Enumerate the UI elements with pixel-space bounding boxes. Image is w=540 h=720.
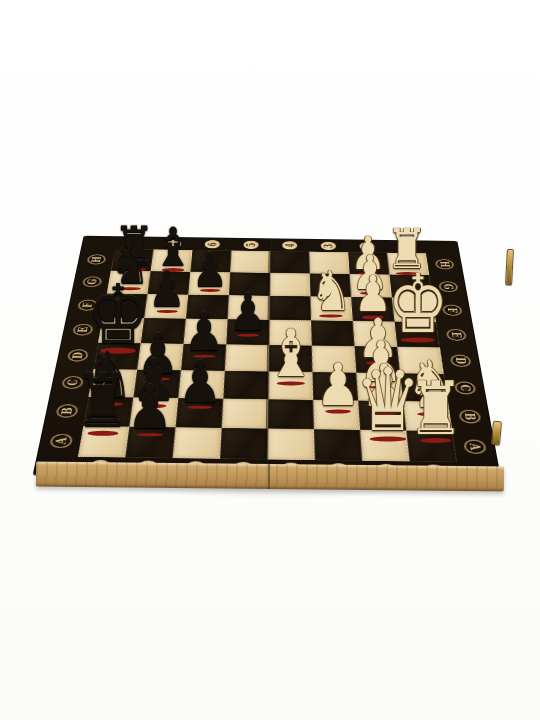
square-d7 — [137, 343, 183, 370]
rank-label-1: 1 — [386, 240, 426, 253]
brass-hinge-icon — [491, 421, 502, 446]
square-f6 — [186, 295, 229, 320]
square-f4 — [269, 296, 311, 321]
file-label-D: D — [440, 347, 481, 374]
square-h8 — [111, 249, 154, 271]
square-g5 — [229, 272, 270, 295]
file-label-F: F — [67, 293, 106, 317]
square-g8 — [107, 271, 151, 294]
square-f1 — [392, 298, 436, 323]
square-d6 — [181, 344, 226, 371]
square-c6 — [178, 370, 224, 398]
square-a4 — [267, 429, 314, 461]
file-label-B: B — [448, 402, 491, 432]
square-d8 — [93, 343, 140, 370]
file-label-D: D — [56, 342, 98, 369]
square-g6 — [188, 272, 230, 295]
square-d5 — [225, 344, 269, 371]
square-d1 — [397, 347, 444, 374]
apron-fold-seam — [268, 464, 270, 489]
rank-label-8: 8 — [115, 237, 156, 250]
square-c8 — [88, 369, 137, 397]
square-g1 — [389, 275, 432, 299]
board-frame: 87654321 HGFEDCBA HGFEDCBA 87654321 — [34, 236, 501, 481]
square-a7 — [125, 427, 175, 459]
square-a1 — [406, 431, 457, 463]
square-a6 — [173, 427, 222, 459]
square-b5 — [222, 399, 269, 429]
file-label-A: A — [452, 431, 497, 463]
square-b3 — [313, 400, 360, 430]
square-c3 — [312, 372, 358, 400]
rank-label-3: 3 — [309, 239, 348, 252]
apron-front-edge — [36, 462, 504, 492]
square-g3 — [310, 273, 351, 296]
square-d2 — [354, 346, 400, 373]
square-d3 — [312, 346, 357, 373]
file-label-A: A — [38, 425, 83, 456]
square-e7 — [141, 318, 186, 344]
square-f3 — [310, 296, 352, 321]
square-b2 — [358, 401, 406, 431]
file-label-C: C — [444, 374, 486, 402]
square-h2 — [348, 252, 389, 274]
file-label-G: G — [429, 275, 467, 298]
file-label-E: E — [62, 317, 103, 343]
square-d4 — [269, 345, 313, 372]
square-g4 — [270, 273, 311, 296]
square-e8 — [98, 317, 144, 343]
square-b1 — [403, 401, 452, 431]
square-f5 — [228, 295, 270, 320]
square-e6 — [184, 319, 228, 345]
rank-label-6: 6 — [192, 238, 232, 251]
file-label-E: E — [436, 322, 476, 348]
chessboard: 87654321 HGFEDCBA HGFEDCBA 87654321 — [48, 136, 490, 554]
square-h5 — [230, 250, 270, 272]
file-label-F: F — [433, 298, 472, 323]
file-label-B: B — [44, 396, 88, 426]
square-h4 — [270, 251, 310, 273]
square-e3 — [311, 320, 354, 346]
file-label-H: H — [77, 248, 114, 270]
brass-hinge-icon — [505, 249, 514, 285]
square-e5 — [226, 319, 269, 345]
rank-label-4: 4 — [270, 239, 309, 252]
product-photo-scene: 87654321 HGFEDCBA HGFEDCBA 87654321 ♜♝♟♜… — [0, 0, 540, 720]
square-b4 — [268, 399, 314, 429]
square-f8 — [102, 294, 147, 319]
square-c4 — [268, 371, 313, 399]
rank-label-2: 2 — [347, 240, 387, 253]
square-c1 — [400, 373, 448, 402]
square-f2 — [351, 297, 394, 322]
file-label-G: G — [72, 270, 110, 293]
square-c2 — [356, 373, 403, 401]
square-b7 — [129, 397, 178, 427]
square-g7 — [147, 271, 190, 294]
square-a2 — [360, 430, 409, 462]
square-f7 — [144, 294, 188, 319]
square-e2 — [353, 321, 397, 347]
square-b6 — [176, 398, 224, 428]
square-e4 — [269, 320, 312, 346]
rank-label-5: 5 — [231, 238, 270, 251]
square-e1 — [395, 322, 440, 348]
file-label-C: C — [50, 368, 93, 396]
rank-label-7: 7 — [154, 237, 194, 250]
square-h3 — [309, 252, 349, 274]
square-a3 — [314, 429, 362, 461]
square-a5 — [220, 428, 268, 460]
square-c7 — [133, 370, 181, 398]
square-h6 — [190, 250, 231, 272]
square-h7 — [151, 249, 193, 271]
square-h1 — [387, 253, 429, 275]
square-c5 — [223, 371, 268, 399]
square-g2 — [350, 274, 392, 298]
file-label-H: H — [426, 253, 463, 275]
square-a8 — [78, 426, 130, 457]
square-b8 — [83, 397, 133, 427]
